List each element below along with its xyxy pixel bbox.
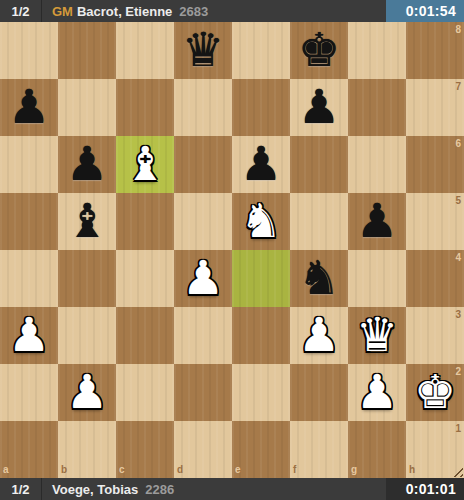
piece-black-pawn[interactable]: ♟ xyxy=(66,135,108,192)
square-h4[interactable]: 4 xyxy=(406,250,464,307)
square-g8[interactable] xyxy=(348,22,406,79)
square-a5[interactable] xyxy=(0,193,58,250)
square-d8[interactable]: ♛ xyxy=(174,22,232,79)
square-c5[interactable] xyxy=(116,193,174,250)
piece-white-pawn[interactable]: ♟ xyxy=(356,363,398,420)
square-a8[interactable] xyxy=(0,22,58,79)
square-e4[interactable] xyxy=(232,250,290,307)
rank-label-8: 8 xyxy=(455,25,461,35)
square-b1[interactable]: b xyxy=(58,421,116,478)
square-g3[interactable]: ♛ xyxy=(348,307,406,364)
square-g2[interactable]: ♟ xyxy=(348,364,406,421)
square-h6[interactable]: 6 xyxy=(406,136,464,193)
square-h3[interactable]: 3 xyxy=(406,307,464,364)
top-player-name: Bacrot, Etienne xyxy=(77,4,172,19)
top-player-title: GM xyxy=(52,4,73,19)
square-d7[interactable] xyxy=(174,79,232,136)
square-g1[interactable]: g xyxy=(348,421,406,478)
piece-black-knight[interactable]: ♞ xyxy=(298,249,340,306)
square-d3[interactable] xyxy=(174,307,232,364)
chess-broadcast-window: 1/2 GM Bacrot, Etienne 2683 0:01:54 ♛♚8♟… xyxy=(0,0,464,500)
square-f8[interactable]: ♚ xyxy=(290,22,348,79)
square-h7[interactable]: 7 xyxy=(406,79,464,136)
square-e1[interactable]: e xyxy=(232,421,290,478)
square-f2[interactable] xyxy=(290,364,348,421)
rank-label-6: 6 xyxy=(455,139,461,149)
square-c8[interactable] xyxy=(116,22,174,79)
square-c3[interactable] xyxy=(116,307,174,364)
square-e2[interactable] xyxy=(232,364,290,421)
square-a2[interactable] xyxy=(0,364,58,421)
rank-label-7: 7 xyxy=(455,82,461,92)
file-label-d: d xyxy=(177,465,183,475)
square-c1[interactable]: c xyxy=(116,421,174,478)
piece-black-pawn[interactable]: ♟ xyxy=(356,192,398,249)
square-g7[interactable] xyxy=(348,79,406,136)
square-g4[interactable] xyxy=(348,250,406,307)
square-g5[interactable]: ♟ xyxy=(348,193,406,250)
square-d4[interactable]: ♟ xyxy=(174,250,232,307)
square-c2[interactable] xyxy=(116,364,174,421)
square-h5[interactable]: 5 xyxy=(406,193,464,250)
square-d6[interactable] xyxy=(174,136,232,193)
square-b2[interactable]: ♟ xyxy=(58,364,116,421)
chess-board[interactable]: ♛♚8♟♟7♟♝♟6♝♞♟5♟♞4♟♟♛3♟♟♚2abcdefgh1 xyxy=(0,22,464,478)
square-e3[interactable] xyxy=(232,307,290,364)
top-result: 1/2 xyxy=(0,0,42,22)
square-f5[interactable] xyxy=(290,193,348,250)
piece-black-pawn[interactable]: ♟ xyxy=(298,78,340,135)
bottom-result: 1/2 xyxy=(0,478,42,500)
square-f3[interactable]: ♟ xyxy=(290,307,348,364)
bottom-player-name: Voege, Tobias xyxy=(52,482,138,497)
piece-white-queen[interactable]: ♛ xyxy=(356,306,398,363)
square-c7[interactable] xyxy=(116,79,174,136)
square-d5[interactable] xyxy=(174,193,232,250)
top-player-clock: 0:01:54 xyxy=(386,0,464,22)
square-c4[interactable] xyxy=(116,250,174,307)
bottom-player-clock: 0:01:01 xyxy=(386,478,464,500)
square-b6[interactable]: ♟ xyxy=(58,136,116,193)
square-h8[interactable]: 8 xyxy=(406,22,464,79)
square-g6[interactable] xyxy=(348,136,406,193)
square-e7[interactable] xyxy=(232,79,290,136)
file-label-h: h xyxy=(409,465,415,475)
bottom-player-bar: 1/2 Voege, Tobias 2286 0:01:01 xyxy=(0,478,464,500)
file-label-a: a xyxy=(3,465,9,475)
square-b4[interactable] xyxy=(58,250,116,307)
square-b3[interactable] xyxy=(58,307,116,364)
piece-black-pawn[interactable]: ♟ xyxy=(240,135,282,192)
piece-white-bishop[interactable]: ♝ xyxy=(124,135,166,192)
file-label-e: e xyxy=(235,465,241,475)
bottom-player-rating: 2286 xyxy=(145,482,174,497)
rank-label-4: 4 xyxy=(455,253,461,263)
square-f4[interactable]: ♞ xyxy=(290,250,348,307)
file-label-c: c xyxy=(119,465,125,475)
square-h1[interactable]: h1 xyxy=(406,421,464,478)
rank-label-2: 2 xyxy=(455,367,461,377)
square-e6[interactable]: ♟ xyxy=(232,136,290,193)
file-label-f: f xyxy=(293,465,296,475)
square-c6[interactable]: ♝ xyxy=(116,136,174,193)
square-f6[interactable] xyxy=(290,136,348,193)
square-e8[interactable] xyxy=(232,22,290,79)
square-f1[interactable]: f xyxy=(290,421,348,478)
square-b8[interactable] xyxy=(58,22,116,79)
square-d2[interactable] xyxy=(174,364,232,421)
piece-white-king[interactable]: ♚ xyxy=(414,363,456,420)
file-label-b: b xyxy=(61,465,67,475)
square-h2[interactable]: ♚2 xyxy=(406,364,464,421)
piece-white-knight[interactable]: ♞ xyxy=(240,192,282,249)
rank-label-5: 5 xyxy=(455,196,461,206)
square-a6[interactable] xyxy=(0,136,58,193)
square-d1[interactable]: d xyxy=(174,421,232,478)
square-a4[interactable] xyxy=(0,250,58,307)
piece-black-king[interactable]: ♚ xyxy=(298,21,340,78)
piece-white-pawn[interactable]: ♟ xyxy=(182,249,224,306)
square-e5[interactable]: ♞ xyxy=(232,193,290,250)
piece-white-pawn[interactable]: ♟ xyxy=(66,363,108,420)
top-player-bar: 1/2 GM Bacrot, Etienne 2683 0:01:54 xyxy=(0,0,464,22)
piece-black-bishop[interactable]: ♝ xyxy=(66,192,108,249)
square-a7[interactable]: ♟ xyxy=(0,79,58,136)
piece-white-pawn[interactable]: ♟ xyxy=(298,306,340,363)
piece-black-queen[interactable]: ♛ xyxy=(182,21,224,78)
square-b5[interactable]: ♝ xyxy=(58,193,116,250)
piece-white-pawn[interactable]: ♟ xyxy=(8,306,50,363)
square-a1[interactable]: a xyxy=(0,421,58,478)
square-a3[interactable]: ♟ xyxy=(0,307,58,364)
rank-label-3: 3 xyxy=(455,310,461,320)
square-b7[interactable] xyxy=(58,79,116,136)
rank-label-1: 1 xyxy=(455,424,461,434)
piece-black-pawn[interactable]: ♟ xyxy=(8,78,50,135)
file-label-g: g xyxy=(351,465,357,475)
square-f7[interactable]: ♟ xyxy=(290,79,348,136)
top-player-rating: 2683 xyxy=(179,4,208,19)
